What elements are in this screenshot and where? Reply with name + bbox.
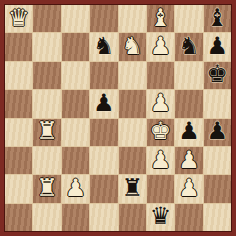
square-f3[interactable]: ♟ — [147, 147, 174, 174]
square-a5[interactable] — [5, 90, 32, 117]
white-bishop-piece: ♝ — [150, 6, 172, 30]
square-b4[interactable]: ♜ — [33, 119, 60, 146]
white-rook-piece: ♜ — [36, 176, 58, 200]
black-king-piece: ♚ — [207, 62, 229, 86]
square-g2[interactable]: ♟ — [175, 175, 202, 202]
square-g7[interactable]: ♞ — [175, 33, 202, 60]
square-b3[interactable] — [33, 147, 60, 174]
square-a4[interactable] — [5, 119, 32, 146]
square-d8[interactable] — [90, 5, 117, 32]
square-h4[interactable]: ♟ — [204, 119, 231, 146]
square-c5[interactable] — [62, 90, 89, 117]
square-c3[interactable] — [62, 147, 89, 174]
square-f2[interactable] — [147, 175, 174, 202]
white-pawn-piece: ♟ — [178, 148, 200, 172]
square-e3[interactable] — [119, 147, 146, 174]
square-d3[interactable] — [90, 147, 117, 174]
square-c4[interactable] — [62, 119, 89, 146]
square-a7[interactable] — [5, 33, 32, 60]
square-a3[interactable] — [5, 147, 32, 174]
square-c2[interactable]: ♟ — [62, 175, 89, 202]
chess-board: ♛♝♝♞♞♟♞♟♚♟♟♜♚♟♟♟♟♜♟♜♟♛ — [4, 4, 232, 232]
white-pawn-piece: ♟ — [65, 176, 87, 200]
square-c6[interactable] — [62, 62, 89, 89]
square-a1[interactable] — [5, 204, 32, 231]
white-queen-piece: ♛ — [8, 6, 30, 30]
square-b6[interactable] — [33, 62, 60, 89]
board-frame: ♛♝♝♞♞♟♞♟♚♟♟♜♚♟♟♟♟♜♟♜♟♛ — [0, 0, 236, 236]
square-b1[interactable] — [33, 204, 60, 231]
square-a8[interactable]: ♛ — [5, 5, 32, 32]
white-pawn-piece: ♟ — [150, 34, 172, 58]
square-c7[interactable] — [62, 33, 89, 60]
white-knight-piece: ♞ — [121, 34, 143, 58]
square-g1[interactable] — [175, 204, 202, 231]
white-king-piece: ♚ — [150, 119, 172, 143]
square-f5[interactable]: ♟ — [147, 90, 174, 117]
square-h6[interactable]: ♚ — [204, 62, 231, 89]
square-h3[interactable] — [204, 147, 231, 174]
black-pawn-piece: ♟ — [178, 119, 200, 143]
square-b5[interactable] — [33, 90, 60, 117]
black-knight-piece: ♞ — [93, 34, 115, 58]
square-d7[interactable]: ♞ — [90, 33, 117, 60]
square-g3[interactable]: ♟ — [175, 147, 202, 174]
square-b7[interactable] — [33, 33, 60, 60]
white-rook-piece: ♜ — [36, 119, 58, 143]
square-d1[interactable] — [90, 204, 117, 231]
square-e8[interactable] — [119, 5, 146, 32]
square-e5[interactable] — [119, 90, 146, 117]
square-e7[interactable]: ♞ — [119, 33, 146, 60]
square-g6[interactable] — [175, 62, 202, 89]
square-f7[interactable]: ♟ — [147, 33, 174, 60]
black-pawn-piece: ♟ — [93, 91, 115, 115]
black-bishop-piece: ♝ — [207, 6, 229, 30]
square-d2[interactable] — [90, 175, 117, 202]
square-b2[interactable]: ♜ — [33, 175, 60, 202]
square-h7[interactable]: ♟ — [204, 33, 231, 60]
square-a2[interactable] — [5, 175, 32, 202]
square-h2[interactable] — [204, 175, 231, 202]
square-a6[interactable] — [5, 62, 32, 89]
white-pawn-piece: ♟ — [150, 148, 172, 172]
square-d4[interactable] — [90, 119, 117, 146]
white-pawn-piece: ♟ — [178, 176, 200, 200]
square-f6[interactable] — [147, 62, 174, 89]
black-rook-piece: ♜ — [121, 176, 143, 200]
square-h8[interactable]: ♝ — [204, 5, 231, 32]
black-pawn-piece: ♟ — [207, 119, 229, 143]
square-h1[interactable] — [204, 204, 231, 231]
square-g4[interactable]: ♟ — [175, 119, 202, 146]
square-e4[interactable] — [119, 119, 146, 146]
black-knight-piece: ♞ — [178, 34, 200, 58]
square-b8[interactable] — [33, 5, 60, 32]
black-pawn-piece: ♟ — [207, 34, 229, 58]
white-pawn-piece: ♟ — [150, 91, 172, 115]
square-f8[interactable]: ♝ — [147, 5, 174, 32]
square-e2[interactable]: ♜ — [119, 175, 146, 202]
square-e1[interactable] — [119, 204, 146, 231]
square-h5[interactable] — [204, 90, 231, 117]
square-c8[interactable] — [62, 5, 89, 32]
square-f4[interactable]: ♚ — [147, 119, 174, 146]
square-g8[interactable] — [175, 5, 202, 32]
square-d6[interactable] — [90, 62, 117, 89]
black-queen-piece: ♛ — [150, 204, 172, 228]
square-e6[interactable] — [119, 62, 146, 89]
square-f1[interactable]: ♛ — [147, 204, 174, 231]
square-d5[interactable]: ♟ — [90, 90, 117, 117]
square-g5[interactable] — [175, 90, 202, 117]
square-c1[interactable] — [62, 204, 89, 231]
